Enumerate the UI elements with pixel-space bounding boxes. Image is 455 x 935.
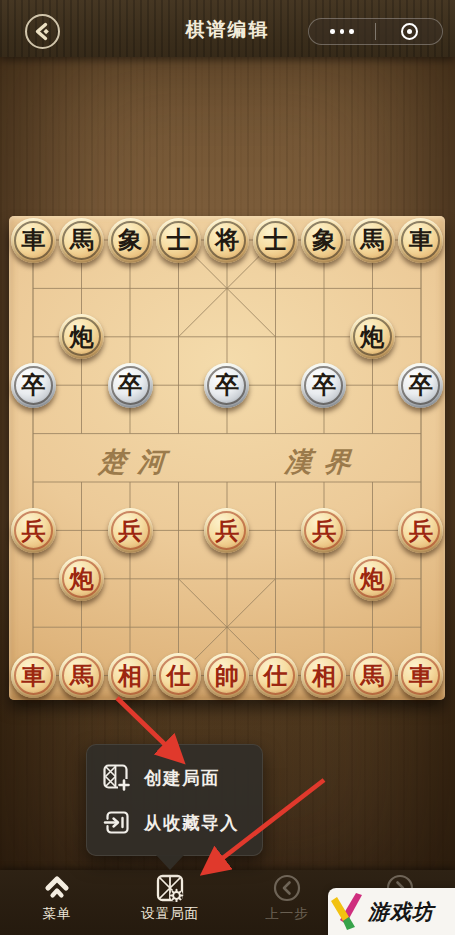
piece-red-兵[interactable]: 兵 [108,508,153,553]
board-cell[interactable] [300,410,348,458]
piece-black-炮[interactable]: 炮 [350,314,395,359]
board-cell[interactable] [300,555,348,603]
board-cell[interactable]: 兵 [203,506,251,554]
piece-red-相[interactable]: 相 [301,653,346,698]
board-cell[interactable] [300,458,348,506]
piece-black-象[interactable]: 象 [301,218,346,263]
board-cell[interactable]: 卒 [106,361,154,409]
board-cell[interactable] [397,264,445,312]
board-cell[interactable]: 兵 [397,506,445,554]
board-cell[interactable] [9,458,57,506]
board-cell[interactable] [203,603,251,651]
piece-black-炮[interactable]: 炮 [59,314,104,359]
board-cell[interactable] [203,458,251,506]
board-cell[interactable] [57,603,105,651]
piece-black-卒[interactable]: 卒 [108,363,153,408]
board-cell[interactable] [397,410,445,458]
board-cell[interactable]: 車 [397,652,445,700]
watermark: 游戏坊 [328,888,455,935]
board-cell[interactable]: 相 [106,652,154,700]
board-cell[interactable] [397,458,445,506]
piece-black-士[interactable]: 士 [253,218,298,263]
board-cell[interactable] [154,603,202,651]
popup-item-import-favorites[interactable]: 从收藏导入 [103,809,246,836]
board-cell[interactable] [251,555,299,603]
three-dots-icon [330,29,354,34]
piece-red-馬[interactable]: 馬 [350,653,395,698]
board-cell[interactable] [203,410,251,458]
board-plus-icon [103,764,130,791]
board-cell[interactable] [9,603,57,651]
piece-black-将[interactable]: 将 [204,218,249,263]
piece-red-炮[interactable]: 炮 [350,556,395,601]
board-cell[interactable] [251,458,299,506]
piece-red-仕[interactable]: 仕 [253,653,298,698]
board-cell[interactable]: 卒 [203,361,251,409]
board-cell[interactable]: 仕 [154,652,202,700]
board-gear-icon [156,874,184,902]
piece-black-馬[interactable]: 馬 [59,218,104,263]
piece-red-相[interactable]: 相 [108,653,153,698]
board-cell[interactable] [397,313,445,361]
target-circle-icon [401,23,418,40]
board-cell[interactable] [251,410,299,458]
board-cell[interactable] [9,555,57,603]
board-cell[interactable] [154,410,202,458]
board-cell[interactable]: 士 [154,216,202,264]
popup-item-label: 创建局面 [144,766,220,790]
piece-black-卒[interactable]: 卒 [301,363,346,408]
board-cell[interactable]: 仕 [251,652,299,700]
piece-red-車[interactable]: 車 [11,653,56,698]
board-cell[interactable] [348,361,396,409]
board-cell[interactable] [348,458,396,506]
screen: 棋谱编辑 楚河 漢界 車馬象士将士象馬車炮炮卒卒卒卒卒兵兵兵兵兵炮炮車馬相仕帥仕… [0,0,455,935]
board-cell[interactable]: 象 [106,216,154,264]
board-cell[interactable]: 兵 [9,506,57,554]
board-cell[interactable] [106,555,154,603]
board-cell[interactable]: 炮 [348,313,396,361]
board-cell[interactable] [57,458,105,506]
board-cell[interactable] [154,264,202,312]
piece-black-卒[interactable]: 卒 [11,363,56,408]
board-cell[interactable] [106,313,154,361]
board-cell[interactable] [9,313,57,361]
board-cell[interactable] [300,313,348,361]
board-cell[interactable]: 卒 [300,361,348,409]
board-cell[interactable] [300,264,348,312]
board-cell[interactable] [348,410,396,458]
piece-black-馬[interactable]: 馬 [350,218,395,263]
miniprogram-capsule [308,18,443,45]
board-cell[interactable] [251,603,299,651]
toolbar-item-label: 上一步 [265,905,309,923]
board-cell[interactable] [203,264,251,312]
board-cell[interactable]: 炮 [348,555,396,603]
board-cell[interactable] [106,458,154,506]
double-chevron-up-icon [43,874,71,902]
board-cell[interactable] [348,264,396,312]
circle-chevron-left-icon [273,874,301,902]
board-cell[interactable]: 馬 [57,652,105,700]
piece-red-馬[interactable]: 馬 [59,653,104,698]
toolbar-item-label: 设置局面 [141,905,199,923]
piece-black-象[interactable]: 象 [108,218,153,263]
board-cell[interactable] [203,313,251,361]
piece-red-炮[interactable]: 炮 [59,556,104,601]
board-cell[interactable] [57,506,105,554]
piece-red-仕[interactable]: 仕 [156,653,201,698]
piece-red-兵[interactable]: 兵 [204,508,249,553]
import-icon [103,809,130,836]
piece-black-車[interactable]: 車 [398,218,443,263]
popup-menu: 创建局面 从收藏导入 [86,744,263,856]
board-cell[interactable]: 車 [9,652,57,700]
popup-pointer [156,855,184,870]
board-cell[interactable] [251,506,299,554]
board-cell[interactable] [251,264,299,312]
board-cell[interactable] [300,603,348,651]
toolbar-item-label: 菜单 [43,905,72,923]
board-cell[interactable]: 馬 [348,216,396,264]
board-cell[interactable]: 相 [300,652,348,700]
watermark-logo-icon [328,892,366,932]
board-cell[interactable] [348,603,396,651]
toolbar-item-previous-step[interactable]: 上一步 [237,874,337,923]
board-cell[interactable]: 士 [251,216,299,264]
board-cell[interactable] [57,410,105,458]
navbar: 棋谱编辑 [0,0,455,57]
popup-item-label: 从收藏导入 [144,811,239,835]
toolbar-item-set-position[interactable]: 设置局面 [120,874,220,923]
piece-red-車[interactable]: 車 [398,653,443,698]
more-button[interactable] [309,19,375,44]
board-cell[interactable] [106,603,154,651]
board-cell[interactable] [57,361,105,409]
piece-black-車[interactable]: 車 [11,218,56,263]
board-cell[interactable]: 象 [300,216,348,264]
board-cell[interactable]: 車 [9,216,57,264]
board-cell[interactable] [348,506,396,554]
board-cell[interactable] [9,264,57,312]
board-cell[interactable]: 卒 [9,361,57,409]
board-cell[interactable]: 馬 [57,216,105,264]
board-cell[interactable]: 兵 [300,506,348,554]
piece-red-帥[interactable]: 帥 [204,653,249,698]
board-cell[interactable]: 帥 [203,652,251,700]
board-cell[interactable]: 炮 [57,313,105,361]
board-cell[interactable] [154,458,202,506]
board-cell[interactable] [154,313,202,361]
piece-black-士[interactable]: 士 [156,218,201,263]
popup-item-create-position[interactable]: 创建局面 [103,764,246,791]
board-cell[interactable]: 馬 [348,652,396,700]
piece-black-卒[interactable]: 卒 [204,363,249,408]
board-cell[interactable] [397,603,445,651]
xiangqi-board: 楚河 漢界 車馬象士将士象馬車炮炮卒卒卒卒卒兵兵兵兵兵炮炮車馬相仕帥仕相馬車 [9,216,445,700]
board-cell[interactable] [154,361,202,409]
piece-red-兵[interactable]: 兵 [301,508,346,553]
board-cell[interactable] [9,410,57,458]
board-grid: 車馬象士将士象馬車炮炮卒卒卒卒卒兵兵兵兵兵炮炮車馬相仕帥仕相馬車 [9,216,445,700]
board-cell[interactable] [57,264,105,312]
board-cell[interactable] [106,264,154,312]
board-cell[interactable] [397,555,445,603]
board-cell[interactable] [106,410,154,458]
board-cell[interactable] [154,506,202,554]
toolbar-item-menu[interactable]: 菜单 [7,874,107,923]
watermark-text: 游戏坊 [368,898,434,926]
exit-button[interactable] [376,19,442,44]
board-cell[interactable] [251,313,299,361]
board-cell[interactable]: 炮 [57,555,105,603]
piece-black-卒[interactable]: 卒 [398,363,443,408]
piece-red-兵[interactable]: 兵 [398,508,443,553]
board-cell[interactable] [203,555,251,603]
piece-red-兵[interactable]: 兵 [11,508,56,553]
board-cell[interactable] [251,361,299,409]
board-cell[interactable]: 卒 [397,361,445,409]
board-cell[interactable]: 将 [203,216,251,264]
board-cell[interactable]: 車 [397,216,445,264]
board-cell[interactable]: 兵 [106,506,154,554]
board-cell[interactable] [154,555,202,603]
